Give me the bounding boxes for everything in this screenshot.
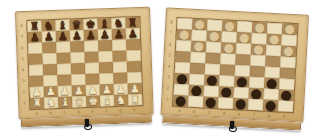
square-g8: ♞ (111, 18, 125, 29)
file-label: f (246, 112, 261, 119)
square-b8: ● (192, 19, 208, 31)
file-label: e (85, 109, 99, 115)
square-c5 (205, 52, 221, 64)
square-f7: ♟ (98, 29, 112, 40)
piece-black-rook: ♜ (127, 17, 137, 28)
square-d5 (220, 53, 236, 65)
piece-light-man: ● (193, 41, 204, 53)
square-g5 (112, 51, 126, 62)
square-d5 (70, 52, 84, 63)
square-h7: ♟ (126, 28, 140, 39)
rank-label: 3 (20, 75, 26, 86)
square-g4 (265, 67, 281, 79)
piece-dark-man: ● (221, 86, 232, 98)
piece-dark-man: ● (236, 76, 247, 88)
square-a8: ♜ (27, 20, 41, 31)
square-d4 (220, 64, 236, 76)
square-h8: ♜ (125, 17, 139, 28)
rank-label: 1 (164, 93, 171, 104)
piece-white-pawn: ♟ (46, 86, 56, 97)
product-photo: 87654321 ♜♞♝♛♚♝♞♜♟♟♟♟♟♟♟♟♟♟♟♟♟♟♟♟♜♞♝♛♚♝♞… (0, 0, 310, 139)
piece-dark-man: ● (191, 85, 202, 97)
piece-black-king: ♚ (85, 19, 95, 30)
file-label: c (202, 109, 217, 116)
piece-dark-man: ● (235, 98, 246, 110)
square-h5 (280, 56, 296, 68)
piece-dark-man: ● (281, 89, 292, 101)
file-label: d (217, 110, 232, 117)
square-a6 (28, 42, 42, 53)
rank-label: 2 (21, 86, 27, 97)
piece-black-knight: ♞ (113, 18, 123, 29)
file-label: b (43, 110, 57, 116)
square-d1: ♛ (72, 96, 86, 107)
square-a8 (177, 18, 193, 30)
square-h1: ♜ (128, 94, 142, 105)
square-e7: ● (236, 32, 252, 44)
piece-white-pawn: ♟ (116, 84, 126, 95)
square-g6 (266, 45, 282, 57)
clasp-icon (229, 121, 233, 129)
piece-white-bishop: ♝ (102, 95, 112, 106)
square-b4 (43, 64, 57, 75)
square-b6 (42, 42, 56, 53)
rank-label: 4 (20, 64, 26, 75)
piece-white-queen: ♛ (74, 96, 84, 107)
piece-light-man: ● (239, 32, 250, 44)
square-c6 (56, 41, 70, 52)
square-g1: ♞ (114, 94, 128, 105)
square-h4 (127, 61, 141, 72)
rank-label: 7 (19, 31, 25, 42)
square-c2: ♟ (58, 85, 72, 96)
square-g3 (113, 73, 127, 84)
square-c7: ● (206, 31, 222, 43)
square-e6 (236, 43, 252, 55)
square-a2 (174, 84, 190, 96)
square-e1: ♚ (86, 95, 100, 106)
square-d3 (219, 75, 235, 87)
square-c8: ♝ (55, 20, 69, 31)
square-b7 (191, 30, 207, 42)
square-d7: ♟ (70, 30, 84, 41)
square-e4 (235, 65, 251, 77)
square-d6: ● (221, 42, 237, 54)
file-label: d (71, 109, 85, 115)
square-a5 (29, 53, 43, 64)
square-a1: ♜ (30, 97, 44, 108)
rank-label: 8 (168, 16, 175, 27)
square-e1: ● (233, 98, 249, 110)
square-f8: ● (252, 22, 268, 34)
square-d2: ♟ (72, 85, 86, 96)
file-label: h (276, 113, 291, 120)
rank-label: 8 (18, 20, 24, 31)
rank-label: 4 (166, 60, 173, 71)
square-f1 (248, 99, 264, 111)
square-c8 (207, 20, 223, 32)
file-label: g (261, 112, 276, 119)
piece-light-man: ● (224, 20, 235, 32)
square-g8 (267, 23, 283, 35)
piece-dark-man: ● (206, 75, 217, 87)
piece-dark-man: ● (251, 88, 262, 100)
square-g4 (113, 62, 127, 73)
square-d3 (71, 74, 85, 85)
square-h2: ● (278, 89, 294, 101)
square-c3: ● (204, 74, 220, 86)
square-f3 (249, 77, 265, 89)
file-label: g (113, 108, 127, 114)
square-c3 (57, 74, 71, 85)
piece-black-knight: ♞ (43, 20, 53, 31)
file-label: e (231, 111, 246, 118)
chess-grid: ♜♞♝♛♚♝♞♜♟♟♟♟♟♟♟♟♟♟♟♟♟♟♟♟♜♞♝♛♚♝♞♜ (26, 16, 143, 110)
piece-light-man: ● (269, 34, 280, 46)
square-h3 (279, 78, 295, 90)
square-h6 (126, 39, 140, 50)
file-label: a (172, 108, 187, 115)
square-h3 (127, 72, 141, 83)
piece-dark-man: ● (175, 95, 186, 107)
square-e6 (84, 41, 98, 52)
square-h8: ● (282, 23, 298, 35)
piece-light-man: ● (253, 44, 264, 56)
piece-black-rook: ♜ (29, 21, 39, 32)
checkers-board: 87654321 ●●●●●●●●●●●●●●●●●●●●●●●● abcdef… (160, 7, 309, 130)
square-f6 (98, 40, 112, 51)
square-b3 (43, 75, 57, 86)
rank-label: 2 (165, 82, 172, 93)
square-g7: ● (266, 34, 282, 46)
piece-light-man: ● (209, 31, 220, 43)
piece-black-queen: ♛ (71, 19, 81, 30)
rank-label: 5 (166, 49, 173, 60)
piece-black-pawn: ♟ (44, 31, 54, 42)
square-e8 (237, 21, 253, 33)
piece-black-pawn: ♟ (30, 32, 40, 43)
square-a3 (29, 75, 43, 86)
piece-black-pawn: ♟ (72, 30, 82, 41)
piece-white-pawn: ♟ (102, 84, 112, 95)
square-a7: ● (176, 29, 192, 41)
square-g5 (265, 56, 281, 68)
piece-black-bishop: ♝ (57, 20, 67, 31)
piece-white-knight: ♞ (46, 97, 56, 108)
square-c2 (204, 85, 220, 97)
square-f4 (99, 62, 113, 73)
square-d4 (71, 63, 85, 74)
square-g7: ♟ (112, 29, 126, 40)
square-g3: ● (264, 78, 280, 90)
square-f5 (98, 51, 112, 62)
piece-black-pawn: ♟ (114, 29, 124, 40)
square-h2: ♟ (128, 83, 142, 94)
square-c1: ● (203, 96, 219, 108)
piece-light-man: ● (179, 29, 190, 41)
piece-white-pawn: ♟ (88, 85, 98, 96)
square-e3 (85, 73, 99, 84)
square-f7 (251, 33, 267, 45)
rank-label: 7 (168, 27, 175, 38)
piece-light-man: ● (223, 42, 234, 54)
square-b3 (189, 74, 205, 86)
piece-dark-man: ● (265, 100, 276, 112)
square-f2: ● (248, 88, 264, 100)
clasp-icon (84, 119, 88, 127)
square-e5 (235, 54, 251, 66)
file-label: c (57, 109, 71, 115)
square-e5 (84, 52, 98, 63)
rank-label: 3 (165, 71, 172, 82)
piece-white-rook: ♜ (130, 94, 140, 105)
square-a1: ● (173, 95, 189, 107)
square-c4 (205, 63, 221, 75)
square-d6 (70, 41, 84, 52)
square-h1 (278, 100, 294, 112)
square-b8: ♞ (41, 20, 55, 31)
square-b4 (190, 63, 206, 75)
square-h4 (280, 67, 296, 79)
file-label: a (30, 110, 44, 116)
square-f2: ♟ (100, 84, 114, 95)
square-e2 (233, 87, 249, 99)
square-b2: ● (189, 85, 205, 97)
square-d8: ● (222, 20, 238, 32)
square-b1 (188, 96, 204, 108)
square-g6 (112, 40, 126, 51)
square-b7: ♟ (42, 31, 56, 42)
piece-light-man: ● (283, 46, 294, 58)
square-f3 (99, 73, 113, 84)
square-g1: ● (263, 100, 279, 112)
piece-black-pawn: ♟ (58, 31, 68, 42)
piece-black-pawn: ♟ (100, 29, 110, 40)
square-b5 (190, 52, 206, 64)
square-g2 (263, 89, 279, 101)
square-h5 (126, 50, 140, 61)
square-f5 (250, 55, 266, 67)
piece-white-pawn: ♟ (74, 85, 84, 96)
piece-light-man: ● (284, 24, 295, 36)
square-e4 (85, 62, 99, 73)
piece-dark-man: ● (266, 78, 277, 90)
square-f8: ♝ (97, 18, 111, 29)
piece-black-bishop: ♝ (99, 18, 109, 29)
square-a6 (176, 40, 192, 52)
chess-board: 87654321 ♜♞♝♛♚♝♞♜♟♟♟♟♟♟♟♟♟♟♟♟♟♟♟♟♜♞♝♛♚♝♞… (15, 7, 154, 128)
piece-white-pawn: ♟ (32, 87, 42, 98)
square-d7 (221, 31, 237, 43)
chess-board-frame: 87654321 ♜♞♝♛♚♝♞♜♟♟♟♟♟♟♟♟♟♟♟♟♟♟♟♟♜♞♝♛♚♝♞… (15, 7, 154, 120)
square-f4 (250, 66, 266, 78)
file-label: f (99, 108, 113, 114)
piece-white-king: ♚ (88, 96, 98, 107)
piece-dark-man: ● (205, 97, 216, 109)
rank-label: 6 (167, 38, 174, 49)
square-c7: ♟ (56, 30, 70, 41)
square-c6 (206, 41, 222, 53)
piece-white-pawn: ♟ (130, 83, 140, 94)
square-a3: ● (174, 73, 190, 85)
piece-white-knight: ♞ (116, 95, 126, 106)
square-e2: ♟ (86, 84, 100, 95)
piece-dark-man: ● (176, 73, 187, 85)
rank-label: 5 (19, 53, 25, 64)
square-c5 (56, 52, 70, 63)
piece-black-pawn: ♟ (86, 30, 96, 41)
square-h7 (281, 34, 297, 46)
square-b6: ● (191, 41, 207, 53)
square-h6: ● (281, 45, 297, 57)
checkers-grid: ●●●●●●●●●●●●●●●●●●●●●●●● (172, 17, 299, 113)
square-d1 (218, 97, 234, 109)
square-e7: ♟ (84, 30, 98, 41)
piece-black-pawn: ♟ (128, 28, 138, 39)
square-b2: ♟ (44, 86, 58, 97)
rank-label: 1 (21, 97, 27, 108)
piece-white-pawn: ♟ (60, 86, 70, 97)
square-d2: ● (219, 86, 235, 98)
checkers-board-frame: 87654321 ●●●●●●●●●●●●●●●●●●●●●●●● abcdef… (160, 7, 308, 122)
piece-white-bishop: ♝ (60, 97, 70, 108)
piece-light-man: ● (254, 22, 265, 34)
square-a4 (29, 64, 43, 75)
square-b1: ♞ (44, 97, 58, 108)
square-d8: ♛ (69, 19, 83, 30)
square-a5 (175, 51, 191, 63)
square-e8: ♚ (83, 19, 97, 30)
file-label: h (127, 107, 141, 113)
square-a7: ♟ (28, 31, 42, 42)
square-e3: ● (234, 76, 250, 88)
square-a4 (175, 62, 191, 74)
square-f6: ● (251, 44, 267, 56)
rank-label: 6 (19, 42, 25, 53)
square-f1: ♝ (100, 95, 114, 106)
square-c1: ♝ (58, 96, 72, 107)
file-label: b (187, 109, 202, 116)
square-a2: ♟ (30, 86, 44, 97)
piece-light-man: ● (194, 19, 205, 31)
piece-white-rook: ♜ (32, 98, 42, 109)
square-b5 (43, 53, 57, 64)
square-c4 (57, 63, 71, 74)
square-g2: ♟ (114, 84, 128, 95)
